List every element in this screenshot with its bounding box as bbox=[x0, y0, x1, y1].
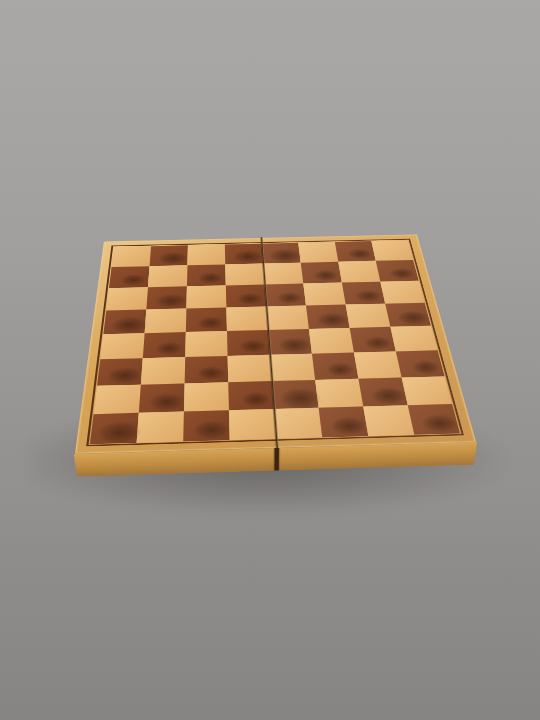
photo-scene: ♜♝♛♟♟♟♟♟♞♟♟♟♛♟♜♝♟♟♞♟♝♟♟♟♜♟♚♝♚♞♜♞ bbox=[0, 0, 540, 720]
white-knight-icon: ♞ bbox=[401, 356, 469, 432]
black-knight-icon: ♞ bbox=[172, 362, 240, 438]
chess-board: ♜♝♛♟♟♟♟♟♞♟♟♟♛♟♜♝♟♟♞♟♝♟♟♟♜♟♚♝♚♞♜♞ bbox=[75, 234, 476, 453]
white-rook-icon: ♜ bbox=[313, 365, 375, 434]
black-king-icon: ♚ bbox=[70, 342, 159, 441]
